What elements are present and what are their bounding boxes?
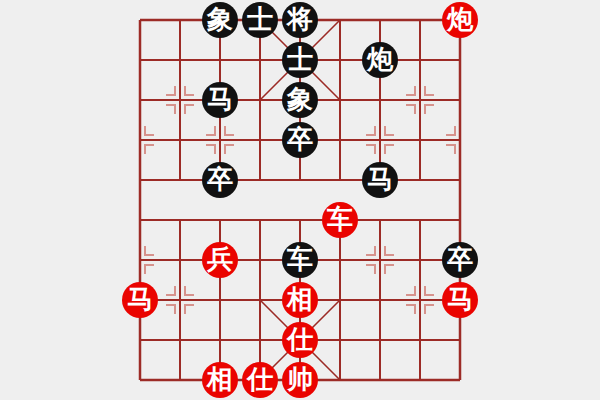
piece-red-horse[interactable]: 马 — [442, 282, 478, 318]
xiangqi-board[interactable]: 象士将士炮马象卒卒马车卒炮车兵马相马仕相仕帅 — [120, 0, 480, 400]
piece-red-advisor[interactable]: 仕 — [242, 362, 278, 398]
piece-black-chariot[interactable]: 车 — [282, 242, 318, 278]
piece-black-advisor[interactable]: 士 — [242, 2, 278, 38]
piece-black-soldier[interactable]: 卒 — [442, 242, 478, 278]
piece-red-general[interactable]: 帅 — [282, 362, 318, 398]
piece-red-elephant[interactable]: 相 — [202, 362, 238, 398]
piece-black-elephant[interactable]: 象 — [282, 82, 318, 118]
piece-red-chariot[interactable]: 车 — [322, 202, 358, 238]
piece-black-horse[interactable]: 马 — [362, 162, 398, 198]
piece-red-horse[interactable]: 马 — [122, 282, 158, 318]
piece-red-elephant[interactable]: 相 — [282, 282, 318, 318]
piece-black-cannon[interactable]: 炮 — [362, 42, 398, 78]
piece-black-soldier[interactable]: 卒 — [282, 122, 318, 158]
piece-red-soldier[interactable]: 兵 — [202, 242, 238, 278]
xiangqi-app: 象士将士炮马象卒卒马车卒炮车兵马相马仕相仕帅 — [0, 0, 600, 400]
piece-red-cannon[interactable]: 炮 — [442, 2, 478, 38]
piece-red-advisor[interactable]: 仕 — [282, 322, 318, 358]
piece-black-general[interactable]: 将 — [282, 2, 318, 38]
piece-black-elephant[interactable]: 象 — [202, 2, 238, 38]
piece-black-advisor[interactable]: 士 — [282, 42, 318, 78]
piece-black-soldier[interactable]: 卒 — [202, 162, 238, 198]
piece-black-horse[interactable]: 马 — [202, 82, 238, 118]
